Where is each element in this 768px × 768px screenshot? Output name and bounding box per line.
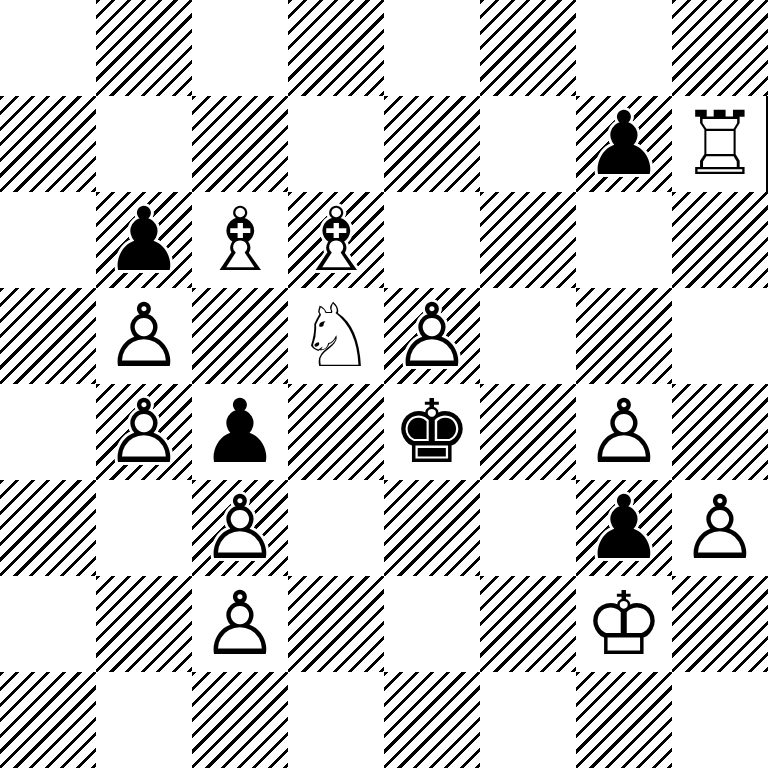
square-e3[interactable] [384, 480, 480, 576]
square-a6[interactable] [0, 192, 96, 288]
black-pawn-icon: ♟ [96, 192, 192, 288]
white-pawn-icon: ♙ [96, 384, 192, 480]
square-h5[interactable] [672, 288, 768, 384]
square-d6[interactable]: ♝♗ [288, 192, 384, 288]
square-b8[interactable] [96, 0, 192, 96]
square-d1[interactable] [288, 672, 384, 768]
black-king-icon: ♚ [384, 384, 480, 480]
square-h7[interactable]: ♜♖ [672, 96, 768, 192]
square-c3[interactable]: ♟♙ [192, 480, 288, 576]
square-g5[interactable] [576, 288, 672, 384]
square-h3[interactable]: ♟♙ [672, 480, 768, 576]
white-pawn-icon: ♙ [576, 384, 672, 480]
chess-board: ♟♟♜♖♟♟♝♗♝♗♟♙♞♘♟♙♟♙♟♟♚♚♟♙♟♙♟♟♟♙♟♙♚♔ [0, 0, 768, 768]
square-h2[interactable] [672, 576, 768, 672]
black-pawn[interactable]: ♟♟ [96, 192, 192, 288]
white-pawn[interactable]: ♟♙ [192, 576, 288, 672]
square-g8[interactable] [576, 0, 672, 96]
square-f3[interactable] [480, 480, 576, 576]
white-pawn[interactable]: ♟♙ [96, 384, 192, 480]
square-f7[interactable] [480, 96, 576, 192]
square-f4[interactable] [480, 384, 576, 480]
square-h1[interactable] [672, 672, 768, 768]
square-a5[interactable] [0, 288, 96, 384]
square-c6[interactable]: ♝♗ [192, 192, 288, 288]
black-pawn[interactable]: ♟♟ [192, 384, 288, 480]
white-pawn[interactable]: ♟♙ [576, 384, 672, 480]
white-pawn-icon: ♙ [672, 480, 768, 576]
square-d4[interactable] [288, 384, 384, 480]
black-pawn[interactable]: ♟♟ [576, 96, 672, 192]
square-e8[interactable] [384, 0, 480, 96]
square-a4[interactable] [0, 384, 96, 480]
black-pawn[interactable]: ♟♟ [576, 480, 672, 576]
white-bishop[interactable]: ♝♗ [288, 192, 384, 288]
square-b5[interactable]: ♟♙ [96, 288, 192, 384]
square-b3[interactable] [96, 480, 192, 576]
white-bishop[interactable]: ♝♗ [192, 192, 288, 288]
square-d7[interactable] [288, 96, 384, 192]
white-pawn[interactable]: ♟♙ [384, 288, 480, 384]
white-pawn[interactable]: ♟♙ [96, 288, 192, 384]
square-g1[interactable] [576, 672, 672, 768]
square-b4[interactable]: ♟♙ [96, 384, 192, 480]
square-b2[interactable] [96, 576, 192, 672]
square-h8[interactable] [672, 0, 768, 96]
white-knight[interactable]: ♞♘ [288, 288, 384, 384]
white-king-icon: ♔ [576, 576, 672, 672]
square-f8[interactable] [480, 0, 576, 96]
square-e6[interactable] [384, 192, 480, 288]
white-pawn-icon: ♙ [192, 576, 288, 672]
square-g2[interactable]: ♚♔ [576, 576, 672, 672]
square-c5[interactable] [192, 288, 288, 384]
white-pawn[interactable]: ♟♙ [192, 480, 288, 576]
square-g7[interactable]: ♟♟ [576, 96, 672, 192]
black-pawn-icon: ♟ [576, 480, 672, 576]
white-pawn-icon: ♙ [96, 288, 192, 384]
square-e1[interactable] [384, 672, 480, 768]
square-e4[interactable]: ♚♚ [384, 384, 480, 480]
square-a3[interactable] [0, 480, 96, 576]
square-c8[interactable] [192, 0, 288, 96]
square-c4[interactable]: ♟♟ [192, 384, 288, 480]
square-f2[interactable] [480, 576, 576, 672]
square-b6[interactable]: ♟♟ [96, 192, 192, 288]
square-b7[interactable] [96, 96, 192, 192]
square-a2[interactable] [0, 576, 96, 672]
square-a7[interactable] [0, 96, 96, 192]
square-h4[interactable] [672, 384, 768, 480]
square-d5[interactable]: ♞♘ [288, 288, 384, 384]
square-f1[interactable] [480, 672, 576, 768]
square-h6[interactable] [672, 192, 768, 288]
white-pawn-icon: ♙ [192, 480, 288, 576]
white-pawn[interactable]: ♟♙ [672, 480, 768, 576]
square-e7[interactable] [384, 96, 480, 192]
white-rook[interactable]: ♜♖ [672, 96, 768, 192]
square-d8[interactable] [288, 0, 384, 96]
black-pawn-icon: ♟ [192, 384, 288, 480]
square-f6[interactable] [480, 192, 576, 288]
square-a1[interactable] [0, 672, 96, 768]
square-f5[interactable] [480, 288, 576, 384]
black-king[interactable]: ♚♚ [384, 384, 480, 480]
square-c2[interactable]: ♟♙ [192, 576, 288, 672]
square-b1[interactable] [96, 672, 192, 768]
white-king[interactable]: ♚♔ [576, 576, 672, 672]
white-bishop-icon: ♗ [192, 192, 288, 288]
white-rook-icon: ♖ [672, 96, 768, 192]
white-knight-icon: ♘ [288, 288, 384, 384]
square-d2[interactable] [288, 576, 384, 672]
white-bishop-icon: ♗ [288, 192, 384, 288]
square-c7[interactable] [192, 96, 288, 192]
square-g3[interactable]: ♟♟ [576, 480, 672, 576]
square-g6[interactable] [576, 192, 672, 288]
square-g4[interactable]: ♟♙ [576, 384, 672, 480]
square-e2[interactable] [384, 576, 480, 672]
white-pawn-icon: ♙ [384, 288, 480, 384]
square-d3[interactable] [288, 480, 384, 576]
square-e5[interactable]: ♟♙ [384, 288, 480, 384]
square-c1[interactable] [192, 672, 288, 768]
square-a8[interactable] [0, 0, 96, 96]
black-pawn-icon: ♟ [576, 96, 672, 192]
